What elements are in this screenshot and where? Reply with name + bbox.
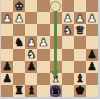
square-d6[interactable] xyxy=(37,24,49,36)
square-d8[interactable] xyxy=(37,0,49,12)
square-g5[interactable] xyxy=(74,36,86,48)
square-a8[interactable] xyxy=(1,0,13,12)
square-b1[interactable]: ♜ xyxy=(13,85,25,97)
square-a5[interactable] xyxy=(1,36,13,48)
square-d5[interactable]: ♟ xyxy=(37,36,49,48)
piece-black-pawn: ♟ xyxy=(2,73,12,84)
square-d4[interactable] xyxy=(37,49,49,61)
square-c1[interactable]: ♝ xyxy=(25,85,37,97)
piece-black-knight: ♞ xyxy=(14,37,24,48)
square-d1[interactable] xyxy=(37,85,49,97)
square-d3[interactable] xyxy=(37,61,49,73)
piece-black-pawn: ♟ xyxy=(2,61,12,72)
square-h3[interactable]: ♟ xyxy=(86,61,98,73)
piece-black-bishop: ♝ xyxy=(26,85,36,96)
square-c4[interactable]: ♞ xyxy=(25,49,37,61)
square-g7[interactable]: ♟ xyxy=(74,12,86,24)
square-b2[interactable] xyxy=(13,73,25,85)
piece-white-knight: ♞ xyxy=(63,25,73,36)
piece-black-pawn: ♟ xyxy=(87,61,97,72)
piece-white-pawn: ♟ xyxy=(87,13,97,24)
square-f7[interactable]: ♟ xyxy=(62,12,74,24)
square-h1[interactable] xyxy=(86,85,98,97)
chess-app-window: ♚♟♟♟♟♟♞♛♞♟♟♞♟♟♟♟♟♝♝♜♝♛♚ xyxy=(0,0,100,99)
square-e6[interactable] xyxy=(50,24,62,36)
square-f4[interactable] xyxy=(62,49,74,61)
square-f6[interactable]: ♞ xyxy=(62,24,74,36)
square-a7[interactable]: ♟ xyxy=(1,12,13,24)
square-b6[interactable] xyxy=(13,24,25,36)
square-g1[interactable]: ♚ xyxy=(74,85,86,97)
chess-board: ♚♟♟♟♟♟♞♛♞♟♟♞♟♟♟♟♟♝♝♜♝♛♚ xyxy=(1,0,98,97)
square-b7[interactable]: ♟ xyxy=(13,12,25,24)
piece-white-king: ♚ xyxy=(14,1,24,12)
square-a1[interactable] xyxy=(1,85,13,97)
square-h6[interactable] xyxy=(86,24,98,36)
square-b8[interactable]: ♚ xyxy=(13,0,25,12)
piece-white-knight: ♞ xyxy=(26,49,36,60)
piece-black-bishop: ♝ xyxy=(75,73,85,84)
piece-black-rook: ♜ xyxy=(14,85,24,96)
piece-white-pawn: ♟ xyxy=(63,13,73,24)
square-f3[interactable] xyxy=(62,61,74,73)
square-e5[interactable] xyxy=(50,36,62,48)
square-g3[interactable] xyxy=(74,61,86,73)
square-h2[interactable] xyxy=(86,73,98,85)
piece-black-queen: ♛ xyxy=(51,85,61,96)
square-f5[interactable] xyxy=(62,36,74,48)
square-g2[interactable]: ♝ xyxy=(74,73,86,85)
square-e8[interactable] xyxy=(50,0,62,12)
piece-white-pawn: ♟ xyxy=(39,37,49,48)
square-g8[interactable] xyxy=(74,0,86,12)
piece-black-pawn: ♟ xyxy=(87,49,97,60)
square-a3[interactable]: ♟ xyxy=(1,61,13,73)
square-c8[interactable] xyxy=(25,0,37,12)
piece-white-pawn: ♟ xyxy=(75,13,85,24)
square-b3[interactable] xyxy=(13,61,25,73)
square-c2[interactable] xyxy=(25,73,37,85)
square-h4[interactable]: ♟ xyxy=(86,49,98,61)
square-g4[interactable] xyxy=(74,49,86,61)
piece-black-king: ♚ xyxy=(75,85,85,96)
square-c5[interactable]: ♟ xyxy=(25,36,37,48)
square-e7[interactable] xyxy=(50,12,62,24)
piece-white-bishop: ♝ xyxy=(51,73,61,84)
square-b5[interactable]: ♞ xyxy=(13,36,25,48)
square-h7[interactable]: ♟ xyxy=(86,12,98,24)
square-f8[interactable] xyxy=(62,0,74,12)
piece-white-pawn: ♟ xyxy=(2,13,12,24)
square-d7[interactable] xyxy=(37,12,49,24)
square-a4[interactable] xyxy=(1,49,13,61)
square-e1[interactable]: ♛ xyxy=(50,85,62,97)
square-h8[interactable] xyxy=(86,0,98,12)
square-b4[interactable] xyxy=(13,49,25,61)
square-g6[interactable]: ♛ xyxy=(74,24,86,36)
square-c7[interactable] xyxy=(25,12,37,24)
square-e2[interactable]: ♝ xyxy=(50,73,62,85)
square-h5[interactable] xyxy=(86,36,98,48)
piece-white-queen: ♛ xyxy=(75,25,85,36)
square-c3[interactable]: ♟ xyxy=(25,61,37,73)
square-e3[interactable] xyxy=(50,61,62,73)
square-d2[interactable] xyxy=(37,73,49,85)
piece-white-pawn: ♟ xyxy=(14,13,24,24)
square-e4[interactable] xyxy=(50,49,62,61)
square-f2[interactable] xyxy=(62,73,74,85)
square-a6[interactable] xyxy=(1,24,13,36)
piece-black-pawn: ♟ xyxy=(26,61,36,72)
square-c6[interactable] xyxy=(25,24,37,36)
piece-white-pawn: ♟ xyxy=(26,37,36,48)
square-a2[interactable]: ♟ xyxy=(1,73,13,85)
square-f1[interactable] xyxy=(62,85,74,97)
